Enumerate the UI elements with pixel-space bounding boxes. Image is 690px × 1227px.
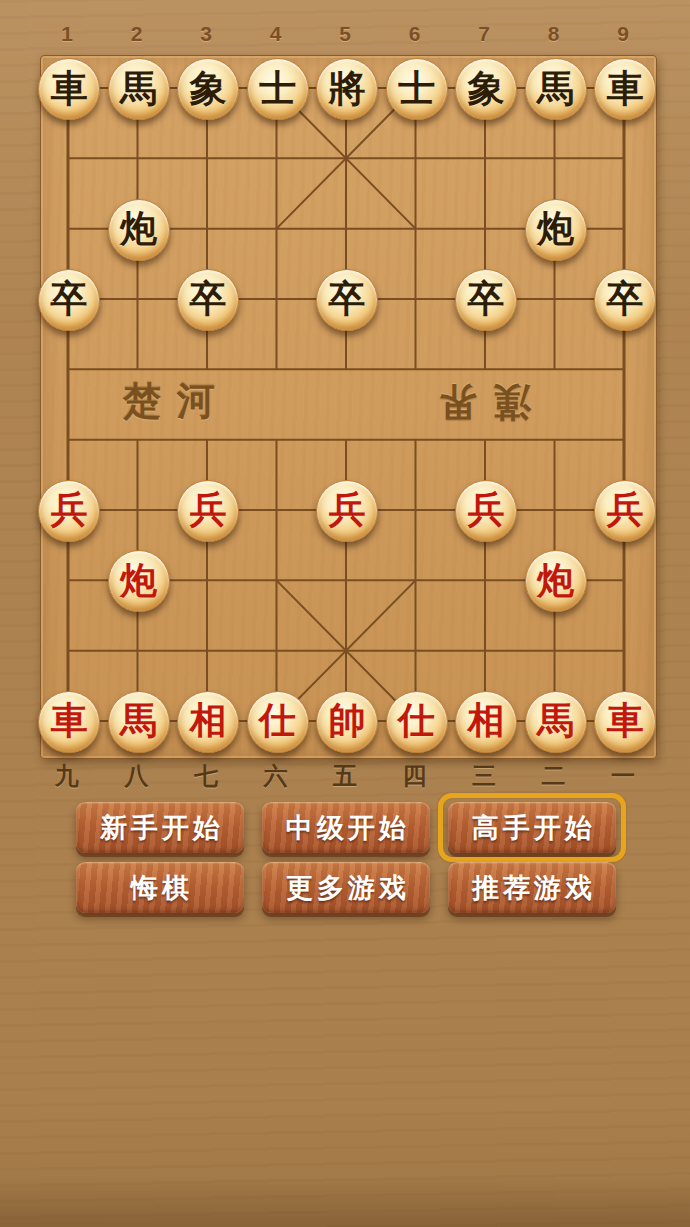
piece-label: 兵	[329, 491, 366, 528]
piece-label: 卒	[607, 280, 644, 317]
file-label-bottom-4: 六	[264, 760, 288, 792]
file-label-top-1: 1	[61, 22, 73, 46]
piece-red-soldier[interactable]: 兵	[455, 480, 517, 542]
button-label: 新手开始	[96, 810, 224, 846]
piece-label: 仕	[259, 702, 296, 739]
beginner-start-button[interactable]: 新手开始	[76, 802, 244, 853]
piece-label: 馬	[537, 70, 574, 107]
piece-red-cannon[interactable]: 炮	[108, 550, 170, 612]
piece-label: 炮	[120, 562, 157, 599]
piece-label: 相	[468, 702, 505, 739]
button-label: 更多游戏	[282, 870, 410, 906]
piece-black-horse[interactable]: 馬	[108, 58, 170, 120]
piece-label: 卒	[329, 280, 366, 317]
piece-label: 士	[259, 70, 296, 107]
file-label-top-8: 8	[548, 22, 560, 46]
piece-black-elephant[interactable]: 象	[177, 58, 239, 120]
piece-label: 帥	[329, 702, 366, 739]
button-label: 悔棋	[127, 870, 193, 906]
piece-red-advisor[interactable]: 仕	[386, 691, 448, 753]
piece-label: 卒	[468, 280, 505, 317]
piece-red-soldier[interactable]: 兵	[177, 480, 239, 542]
recommended-games-button[interactable]: 推荐游戏	[448, 862, 616, 913]
piece-label: 將	[329, 70, 366, 107]
file-label-top-4: 4	[270, 22, 282, 46]
undo-move-button[interactable]: 悔棋	[76, 862, 244, 913]
piece-label: 士	[398, 70, 435, 107]
piece-black-advisor[interactable]: 士	[247, 58, 309, 120]
piece-red-horse[interactable]: 馬	[525, 691, 587, 753]
expert-start-button[interactable]: 高手开始	[448, 802, 616, 853]
piece-label: 炮	[120, 210, 157, 247]
river-label-right: 漢界	[423, 376, 531, 427]
piece-black-chariot[interactable]: 車	[38, 58, 100, 120]
file-label-top-7: 7	[478, 22, 490, 46]
piece-red-chariot[interactable]: 車	[38, 691, 100, 753]
file-label-bottom-5: 五	[333, 760, 357, 792]
piece-label: 馬	[537, 702, 574, 739]
piece-label: 車	[51, 702, 88, 739]
piece-label: 炮	[537, 562, 574, 599]
piece-red-elephant[interactable]: 相	[177, 691, 239, 753]
piece-label: 象	[468, 70, 505, 107]
piece-black-advisor[interactable]: 士	[386, 58, 448, 120]
piece-red-soldier[interactable]: 兵	[38, 480, 100, 542]
xiangqi-app-screen: 123456789 楚河 漢界 車馬象士將士象馬車炮炮卒卒卒卒卒兵兵兵兵兵炮炮車…	[0, 0, 690, 1227]
piece-label: 兵	[468, 491, 505, 528]
piece-black-horse[interactable]: 馬	[525, 58, 587, 120]
piece-label: 兵	[607, 491, 644, 528]
board[interactable]: 楚河 漢界 車馬象士將士象馬車炮炮卒卒卒卒卒兵兵兵兵兵炮炮車馬相仕帥仕相馬車	[40, 55, 657, 759]
piece-black-elephant[interactable]: 象	[455, 58, 517, 120]
piece-label: 車	[607, 702, 644, 739]
intermediate-start-button[interactable]: 中级开始	[262, 802, 430, 853]
piece-label: 卒	[51, 280, 88, 317]
piece-red-general[interactable]: 帥	[316, 691, 378, 753]
piece-label: 車	[607, 70, 644, 107]
piece-label: 相	[190, 702, 227, 739]
piece-black-cannon[interactable]: 炮	[525, 199, 587, 261]
piece-label: 炮	[537, 210, 574, 247]
piece-black-soldier[interactable]: 卒	[316, 269, 378, 331]
file-label-top-6: 6	[409, 22, 421, 46]
file-label-bottom-9: 一	[611, 760, 635, 792]
button-label: 高手开始	[468, 810, 596, 846]
piece-label: 馬	[120, 70, 157, 107]
piece-black-soldier[interactable]: 卒	[594, 269, 656, 331]
piece-red-soldier[interactable]: 兵	[316, 480, 378, 542]
button-label: 中级开始	[282, 810, 410, 846]
piece-red-elephant[interactable]: 相	[455, 691, 517, 753]
piece-red-cannon[interactable]: 炮	[525, 550, 587, 612]
file-label-top-9: 9	[617, 22, 629, 46]
piece-label: 象	[190, 70, 227, 107]
piece-black-soldier[interactable]: 卒	[455, 269, 517, 331]
piece-label: 卒	[190, 280, 227, 317]
piece-black-soldier[interactable]: 卒	[38, 269, 100, 331]
file-label-bottom-3: 七	[194, 760, 218, 792]
file-label-bottom-1: 九	[55, 760, 79, 792]
file-label-bottom-8: 二	[542, 760, 566, 792]
button-label: 推荐游戏	[468, 870, 596, 906]
file-label-top-3: 3	[200, 22, 212, 46]
piece-black-soldier[interactable]: 卒	[177, 269, 239, 331]
piece-label: 仕	[398, 702, 435, 739]
piece-black-general[interactable]: 將	[316, 58, 378, 120]
piece-label: 兵	[51, 491, 88, 528]
piece-label: 車	[51, 70, 88, 107]
piece-red-horse[interactable]: 馬	[108, 691, 170, 753]
piece-label: 馬	[120, 702, 157, 739]
piece-black-cannon[interactable]: 炮	[108, 199, 170, 261]
more-games-button[interactable]: 更多游戏	[262, 862, 430, 913]
piece-label: 兵	[190, 491, 227, 528]
file-label-top-2: 2	[131, 22, 143, 46]
piece-red-chariot[interactable]: 車	[594, 691, 656, 753]
file-label-bottom-7: 三	[472, 760, 496, 792]
piece-red-advisor[interactable]: 仕	[247, 691, 309, 753]
file-label-bottom-6: 四	[403, 760, 427, 792]
piece-black-chariot[interactable]: 車	[594, 58, 656, 120]
river-label-left: 楚河	[123, 376, 231, 427]
file-label-top-5: 5	[339, 22, 351, 46]
file-label-bottom-2: 八	[125, 760, 149, 792]
piece-red-soldier[interactable]: 兵	[594, 480, 656, 542]
